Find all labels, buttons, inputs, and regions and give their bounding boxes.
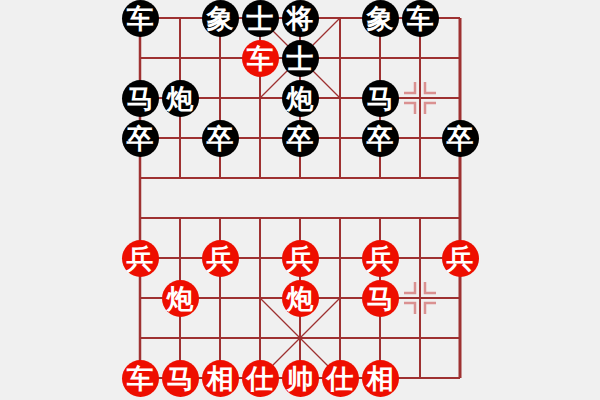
piece-black-elephant[interactable]: 象 <box>202 0 239 37</box>
piece-black-pawn[interactable]: 卒 <box>442 120 479 157</box>
piece-red-pawn[interactable]: 兵 <box>282 240 319 277</box>
piece-red-pawn[interactable]: 兵 <box>202 240 239 277</box>
piece-black-rook[interactable]: 车 <box>402 0 439 37</box>
piece-black-pawn[interactable]: 卒 <box>122 120 159 157</box>
piece-red-advisor[interactable]: 仕 <box>322 360 359 397</box>
piece-red-cannon[interactable]: 炮 <box>162 280 199 317</box>
piece-red-advisor[interactable]: 仕 <box>242 360 279 397</box>
piece-black-cannon[interactable]: 炮 <box>282 80 319 117</box>
piece-red-rook[interactable]: 车 <box>122 360 159 397</box>
piece-black-horse[interactable]: 马 <box>122 80 159 117</box>
piece-black-cannon[interactable]: 炮 <box>162 80 199 117</box>
piece-black-pawn[interactable]: 卒 <box>202 120 239 157</box>
piece-red-king[interactable]: 帅 <box>282 360 319 397</box>
piece-red-cannon[interactable]: 炮 <box>282 280 319 317</box>
piece-black-horse[interactable]: 马 <box>362 80 399 117</box>
pieces-layer: 车象士将象车车士马炮炮马卒卒卒卒卒兵兵兵兵兵炮炮马车马相仕帅仕相 <box>0 0 600 400</box>
piece-black-advisor[interactable]: 士 <box>242 0 279 37</box>
piece-black-rook[interactable]: 车 <box>122 0 159 37</box>
piece-black-elephant[interactable]: 象 <box>362 0 399 37</box>
piece-red-pawn[interactable]: 兵 <box>442 240 479 277</box>
piece-red-rook[interactable]: 车 <box>242 40 279 77</box>
piece-red-elephant[interactable]: 相 <box>362 360 399 397</box>
xiangqi-board: 车象士将象车车士马炮炮马卒卒卒卒卒兵兵兵兵兵炮炮马车马相仕帅仕相 <box>0 0 600 400</box>
piece-black-pawn[interactable]: 卒 <box>282 120 319 157</box>
piece-red-pawn[interactable]: 兵 <box>362 240 399 277</box>
piece-black-pawn[interactable]: 卒 <box>362 120 399 157</box>
piece-red-horse[interactable]: 马 <box>162 360 199 397</box>
piece-black-king[interactable]: 将 <box>282 0 319 37</box>
piece-red-pawn[interactable]: 兵 <box>122 240 159 277</box>
piece-black-advisor[interactable]: 士 <box>282 40 319 77</box>
piece-red-horse[interactable]: 马 <box>362 280 399 317</box>
piece-red-elephant[interactable]: 相 <box>202 360 239 397</box>
